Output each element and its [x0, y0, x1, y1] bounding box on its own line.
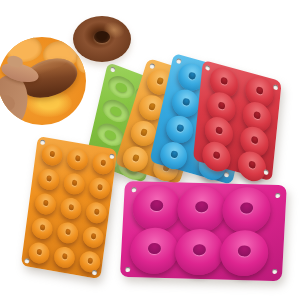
corner-hanging-hole [149, 63, 155, 69]
corner-hanging-hole [275, 193, 280, 198]
mini-donut-bump [78, 250, 101, 274]
pink-donut-bump [174, 228, 224, 275]
mini-donut-bump [34, 192, 57, 216]
corner-hanging-hole [263, 169, 268, 175]
pink-donut-bump [129, 227, 179, 274]
hand [0, 37, 86, 125]
product-photo [0, 0, 300, 300]
corner-hanging-hole [24, 258, 30, 264]
pink-donut-bump [131, 184, 181, 231]
corner-hanging-hole [176, 58, 182, 64]
corner-hanging-hole [131, 187, 136, 192]
corner-hanging-hole [110, 66, 116, 73]
pink-donut-bump [219, 230, 269, 277]
mini-donut-bump [63, 172, 86, 196]
donut-hole [94, 31, 110, 43]
mini-donut-bump [31, 216, 54, 240]
mini-donut-bump [82, 225, 105, 249]
corner-hanging-hole [92, 270, 98, 276]
orange-mini-mold [21, 136, 118, 279]
inset-demo-photo [0, 37, 86, 125]
corner-hanging-hole [109, 153, 115, 159]
corner-hanging-hole [273, 84, 278, 90]
mini-donut-bump [85, 201, 108, 225]
pink-donut-bump [176, 185, 226, 232]
mini-donut-bump [66, 147, 89, 171]
mini-donut-bump [88, 176, 111, 200]
corner-hanging-hole [272, 269, 277, 274]
mini-donut-bump [40, 143, 63, 167]
mini-donut-bump [53, 245, 76, 269]
corner-hanging-hole [125, 267, 130, 272]
mini-donut-bump [27, 241, 50, 265]
corner-hanging-hole [205, 65, 210, 71]
corner-hanging-hole [224, 171, 230, 177]
corner-hanging-hole [40, 139, 46, 145]
mini-donut-bump [56, 221, 79, 245]
green-mold-cavity [101, 96, 132, 126]
blue-donut-bump [164, 113, 196, 146]
chocolate-donut [73, 16, 131, 62]
mini-donut-bump [37, 167, 60, 191]
red-mold [193, 60, 282, 181]
green-mold-cavity [106, 72, 137, 102]
mini-donut-bump [59, 196, 82, 220]
pink-donut-bump [221, 187, 271, 234]
pink-mold [120, 181, 287, 281]
